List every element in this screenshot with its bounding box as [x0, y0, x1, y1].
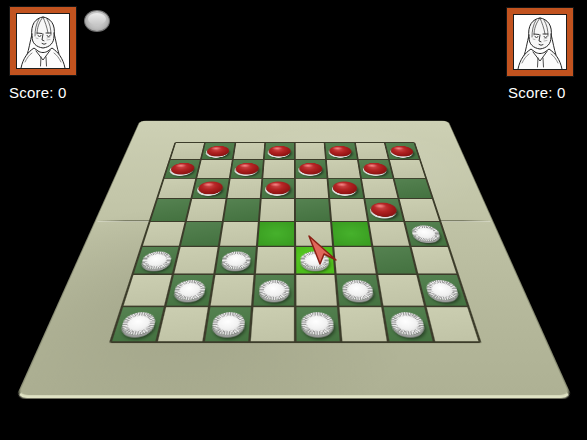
square-r7c5[interactable] — [296, 275, 337, 305]
square-r6c1[interactable] — [134, 247, 179, 274]
checker-top-face — [415, 228, 437, 239]
square-r4c8[interactable] — [399, 199, 439, 220]
white-checker[interactable] — [258, 280, 289, 300]
player-left-portrait-frame — [9, 6, 77, 76]
board-grid — [109, 142, 482, 343]
square-r2c8[interactable] — [390, 160, 425, 178]
square-r3c1[interactable] — [158, 179, 195, 198]
checker-top-face — [394, 316, 419, 332]
square-r6c7[interactable] — [373, 247, 416, 274]
red-checker[interactable] — [268, 146, 290, 157]
square-r2c4[interactable] — [263, 160, 294, 178]
square-r8c3[interactable] — [204, 307, 250, 341]
checker-top-face — [263, 283, 284, 297]
square-r2c6[interactable] — [327, 160, 359, 178]
square-r1c1[interactable] — [171, 143, 204, 159]
white-checker[interactable] — [301, 312, 334, 335]
square-r5c8[interactable] — [405, 222, 447, 246]
white-checker[interactable] — [210, 312, 245, 335]
square-r4c1[interactable] — [151, 199, 191, 220]
square-r7c4[interactable] — [253, 275, 294, 305]
white-checker[interactable] — [119, 312, 157, 335]
square-r8c4[interactable] — [250, 307, 294, 341]
square-r1c2[interactable] — [202, 143, 234, 159]
red-checker[interactable] — [362, 163, 387, 175]
white-checker[interactable] — [220, 251, 250, 269]
player-right-score: Score: 0 — [508, 84, 565, 101]
red-checker[interactable] — [299, 163, 322, 175]
player-right-portrait — [513, 14, 567, 70]
red-checker[interactable] — [206, 146, 230, 157]
square-r4c6[interactable] — [330, 199, 366, 220]
square-r7c7[interactable] — [378, 275, 424, 305]
portrait-sketch — [17, 14, 69, 68]
red-checker[interactable] — [197, 182, 224, 195]
square-r4c7[interactable] — [365, 199, 403, 220]
square-r8c5[interactable] — [296, 307, 340, 341]
square-r3c6[interactable] — [329, 179, 363, 198]
square-r4c4[interactable] — [260, 199, 294, 220]
square-r6c6[interactable] — [335, 247, 376, 274]
square-r6c8[interactable] — [411, 247, 456, 274]
square-r7c1[interactable] — [124, 275, 172, 305]
square-r7c8[interactable] — [418, 275, 466, 305]
square-r5c6[interactable] — [332, 222, 370, 246]
red-checker[interactable] — [329, 146, 352, 157]
square-r8c2[interactable] — [158, 307, 207, 341]
square-r5c4[interactable] — [258, 222, 294, 246]
square-r3c7[interactable] — [361, 179, 397, 198]
square-r1c3[interactable] — [233, 143, 264, 159]
white-checker[interactable] — [173, 280, 207, 300]
player-left-portrait — [16, 13, 70, 69]
checker-top-face — [125, 316, 152, 332]
square-r8c8[interactable] — [426, 307, 478, 341]
square-r7c3[interactable] — [210, 275, 253, 305]
red-checker[interactable] — [266, 182, 291, 195]
square-r6c2[interactable] — [174, 247, 217, 274]
red-checker[interactable] — [235, 163, 259, 175]
white-checker[interactable] — [389, 312, 426, 335]
red-checker[interactable] — [369, 203, 397, 217]
square-r4c3[interactable] — [224, 199, 260, 220]
white-checker[interactable] — [140, 251, 173, 269]
checker-top-face — [347, 283, 370, 297]
square-r3c3[interactable] — [227, 179, 261, 198]
square-r3c4[interactable] — [261, 179, 294, 198]
red-checker[interactable] — [390, 146, 415, 157]
square-r5c3[interactable] — [220, 222, 258, 246]
square-r1c8[interactable] — [385, 143, 419, 159]
square-r2c3[interactable] — [230, 160, 262, 178]
white-checker[interactable] — [410, 226, 441, 242]
player-left-score: Score: 0 — [9, 84, 66, 101]
checker-top-face — [216, 316, 240, 332]
square-r7c6[interactable] — [337, 275, 380, 305]
square-r4c2[interactable] — [187, 199, 225, 220]
square-r3c5[interactable] — [296, 179, 329, 198]
square-r1c4[interactable] — [264, 143, 294, 159]
checkers-board — [15, 121, 573, 399]
white-checker[interactable] — [342, 280, 375, 300]
square-r2c1[interactable] — [165, 160, 200, 178]
game-screen: Score: 0 Score: 0 — [0, 0, 587, 440]
square-r8c6[interactable] — [340, 307, 387, 341]
turn-indicator-disc-top — [88, 13, 106, 25]
square-r7c2[interactable] — [167, 275, 213, 305]
square-r6c3[interactable] — [215, 247, 256, 274]
square-r5c7[interactable] — [369, 222, 409, 246]
square-r8c1[interactable] — [112, 307, 164, 341]
square-r3c2[interactable] — [193, 179, 229, 198]
square-r1c7[interactable] — [356, 143, 388, 159]
square-r5c2[interactable] — [181, 222, 221, 246]
checker-top-face — [306, 316, 329, 332]
square-r2c7[interactable] — [358, 160, 392, 178]
turn-indicator-white-disc — [84, 10, 110, 32]
square-r8c7[interactable] — [383, 307, 432, 341]
checker-top-face — [430, 283, 455, 297]
square-r3c8[interactable] — [394, 179, 431, 198]
square-r2c5[interactable] — [296, 160, 327, 178]
checker-top-face — [145, 254, 168, 266]
player-right-portrait-frame — [506, 7, 574, 77]
red-checker[interactable] — [333, 182, 359, 195]
checker-top-face — [225, 254, 246, 266]
white-checker[interactable] — [424, 280, 460, 300]
checker-top-face — [178, 283, 202, 297]
cursor-arrow — [308, 235, 338, 267]
square-r2c2[interactable] — [198, 160, 232, 178]
square-r1c6[interactable] — [326, 143, 357, 159]
square-r6c4[interactable] — [256, 247, 294, 274]
square-r4c5[interactable] — [296, 199, 330, 220]
square-r1c5[interactable] — [296, 143, 326, 159]
red-checker[interactable] — [170, 163, 196, 175]
square-r5c1[interactable] — [143, 222, 185, 246]
portrait-sketch — [514, 15, 566, 69]
